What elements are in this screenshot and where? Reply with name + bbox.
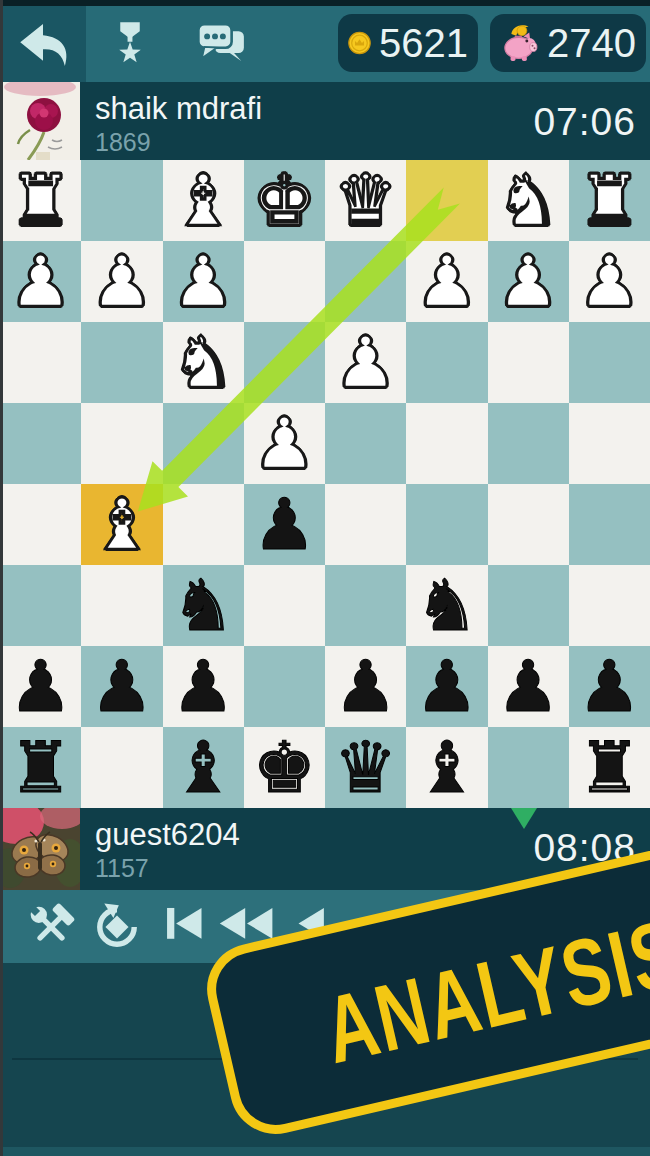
square-h5[interactable]	[0, 484, 81, 565]
square-g4[interactable]	[81, 403, 162, 484]
square-d2[interactable]	[325, 241, 406, 322]
square-a5[interactable]	[569, 484, 650, 565]
white-p-piece: ♟	[578, 241, 642, 322]
square-f6[interactable]: ♞	[163, 565, 244, 646]
square-a7[interactable]: ♟	[569, 646, 650, 727]
square-d4[interactable]	[325, 403, 406, 484]
square-h1[interactable]: ♜	[0, 160, 81, 241]
square-g8[interactable]	[81, 727, 162, 808]
back-arrow-icon	[14, 16, 72, 72]
square-h8[interactable]: ♜	[0, 727, 81, 808]
square-g6[interactable]	[81, 565, 162, 646]
black-p-piece: ♟	[415, 646, 479, 727]
square-e5[interactable]: ♟	[244, 484, 325, 565]
white-n-piece: ♞	[171, 322, 235, 403]
square-a3[interactable]	[569, 322, 650, 403]
opponent-rating: 1869	[95, 128, 151, 157]
black-p-piece: ♟	[90, 646, 154, 727]
player-avatar[interactable]	[0, 808, 80, 890]
black-p-piece: ♟	[9, 646, 73, 727]
coin-count: 5621	[379, 23, 468, 63]
square-d5[interactable]	[325, 484, 406, 565]
square-f1[interactable]: ♝	[163, 160, 244, 241]
tools-button[interactable]	[22, 898, 80, 956]
square-e6[interactable]	[244, 565, 325, 646]
white-p-piece: ♟	[334, 322, 398, 403]
turn-indicator-triangle	[511, 808, 537, 829]
square-e7[interactable]	[244, 646, 325, 727]
square-a2[interactable]: ♟	[569, 241, 650, 322]
square-g3[interactable]	[81, 322, 162, 403]
square-h7[interactable]: ♟	[0, 646, 81, 727]
square-a8[interactable]: ♜	[569, 727, 650, 808]
piggy-count: 2740	[547, 23, 636, 63]
player-rating: 1157	[95, 854, 149, 883]
square-f8[interactable]: ♝	[163, 727, 244, 808]
chess-board: ♜♝♚♛♞♜♟♟♟♟♟♟♞♟♟♝♟♞♞♟♟♟♟♟♟♟♜♝♚♛♝♜	[0, 160, 650, 808]
coin-counter[interactable]: 5621	[338, 14, 478, 72]
square-a1[interactable]: ♜	[569, 160, 650, 241]
opponent-bar: shaik mdrafi 1869 07:06	[0, 82, 650, 160]
white-p-piece: ♟	[90, 241, 154, 322]
coin-icon	[348, 22, 371, 64]
bottom-strip	[0, 1147, 650, 1156]
black-p-piece: ♟	[334, 646, 398, 727]
square-c5[interactable]	[406, 484, 487, 565]
chat-icon[interactable]	[192, 18, 252, 74]
square-c7[interactable]: ♟	[406, 646, 487, 727]
square-c2[interactable]: ♟	[406, 241, 487, 322]
white-p-piece: ♟	[171, 241, 235, 322]
square-f7[interactable]: ♟	[163, 646, 244, 727]
square-d3[interactable]: ♟	[325, 322, 406, 403]
black-q-piece: ♛	[334, 727, 398, 808]
square-b3[interactable]	[488, 322, 569, 403]
white-p-piece: ♟	[253, 403, 317, 484]
square-h3[interactable]	[0, 322, 81, 403]
top-bar: 5621 2740	[0, 6, 650, 82]
opponent-avatar[interactable]	[0, 82, 80, 160]
black-n-piece: ♞	[415, 565, 479, 646]
square-f5[interactable]	[163, 484, 244, 565]
white-p-piece: ♟	[496, 241, 560, 322]
square-b7[interactable]: ♟	[488, 646, 569, 727]
square-b4[interactable]	[488, 403, 569, 484]
square-e8[interactable]: ♚	[244, 727, 325, 808]
square-d7[interactable]: ♟	[325, 646, 406, 727]
square-e3[interactable]	[244, 322, 325, 403]
square-g1[interactable]	[81, 160, 162, 241]
square-g5[interactable]: ♝	[81, 484, 162, 565]
black-n-piece: ♞	[171, 565, 235, 646]
screen-left-edge	[0, 0, 3, 1156]
square-f4[interactable]	[163, 403, 244, 484]
opponent-name: shaik mdrafi	[95, 91, 262, 127]
square-b8[interactable]	[488, 727, 569, 808]
black-b-piece: ♝	[415, 727, 479, 808]
square-g7[interactable]: ♟	[81, 646, 162, 727]
white-q-piece: ♛	[334, 160, 398, 241]
back-button[interactable]	[0, 6, 86, 82]
square-c1[interactable]	[406, 160, 487, 241]
black-k-piece: ♚	[253, 727, 317, 808]
player-name: guest6204	[95, 817, 240, 853]
white-r-piece: ♜	[578, 160, 642, 241]
square-b5[interactable]	[488, 484, 569, 565]
square-a4[interactable]	[569, 403, 650, 484]
white-b-piece: ♝	[171, 160, 235, 241]
square-d6[interactable]	[325, 565, 406, 646]
black-p-piece: ♟	[253, 484, 317, 565]
square-c6[interactable]: ♞	[406, 565, 487, 646]
white-p-piece: ♟	[9, 241, 73, 322]
white-r-piece: ♜	[9, 160, 73, 241]
square-b6[interactable]	[488, 565, 569, 646]
white-k-piece: ♚	[253, 160, 317, 241]
square-c3[interactable]	[406, 322, 487, 403]
square-g2[interactable]: ♟	[81, 241, 162, 322]
opponent-clock: 07:06	[533, 100, 636, 144]
square-f3[interactable]: ♞	[163, 322, 244, 403]
piggy-bank-icon	[500, 19, 539, 67]
square-e4[interactable]: ♟	[244, 403, 325, 484]
black-p-piece: ♟	[578, 646, 642, 727]
white-p-piece: ♟	[415, 241, 479, 322]
screen-top-edge	[0, 0, 650, 6]
flip-board-button[interactable]	[88, 898, 146, 956]
square-h4[interactable]	[0, 403, 81, 484]
black-p-piece: ♟	[171, 646, 235, 727]
square-d8[interactable]: ♛	[325, 727, 406, 808]
chess-app-screen: 5621 2740	[0, 0, 650, 1156]
square-b1[interactable]: ♞	[488, 160, 569, 241]
white-n-piece: ♞	[496, 160, 560, 241]
black-b-piece: ♝	[171, 727, 235, 808]
square-b2[interactable]: ♟	[488, 241, 569, 322]
square-h6[interactable]	[0, 565, 81, 646]
white-b-piece: ♝	[90, 484, 154, 565]
square-c4[interactable]	[406, 403, 487, 484]
skip-to-start-button[interactable]	[158, 898, 216, 956]
square-e1[interactable]: ♚	[244, 160, 325, 241]
square-e2[interactable]	[244, 241, 325, 322]
square-h2[interactable]: ♟	[0, 241, 81, 322]
black-r-piece: ♜	[578, 727, 642, 808]
square-f2[interactable]: ♟	[163, 241, 244, 322]
black-r-piece: ♜	[9, 727, 73, 808]
analysis-stamp-label: ANALYSIS	[316, 916, 641, 1078]
square-a6[interactable]	[569, 565, 650, 646]
medal-icon[interactable]	[104, 16, 156, 74]
square-c8[interactable]: ♝	[406, 727, 487, 808]
black-p-piece: ♟	[496, 646, 560, 727]
square-d1[interactable]: ♛	[325, 160, 406, 241]
piggy-counter[interactable]: 2740	[490, 14, 646, 72]
